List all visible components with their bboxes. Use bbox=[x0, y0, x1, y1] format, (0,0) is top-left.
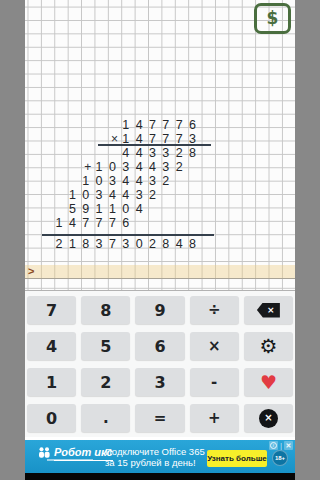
grid-digit: 1 bbox=[119, 118, 132, 132]
key-multiply[interactable]: × bbox=[190, 332, 239, 360]
grid-digit: 4 bbox=[119, 188, 132, 202]
grid-digit: 3 bbox=[92, 237, 105, 251]
grid-digit: 0 bbox=[79, 188, 92, 202]
grid-digit: 9 bbox=[79, 202, 92, 216]
close-ad-icon: ✕ bbox=[286, 442, 292, 449]
grid-digit: 2 bbox=[52, 237, 65, 251]
donate-money-button[interactable]: $ bbox=[254, 3, 291, 34]
grid-digit: 4 bbox=[132, 160, 145, 174]
result-underline bbox=[42, 234, 214, 236]
grid-digit: 4 bbox=[132, 202, 145, 216]
grid-digit: 1 bbox=[66, 188, 79, 202]
key-2[interactable]: 2 bbox=[81, 368, 130, 396]
grid-digit: 8 bbox=[186, 146, 199, 160]
grid-digit: 8 bbox=[159, 237, 172, 251]
grid-digit: 5 bbox=[66, 202, 79, 216]
grid-digit: 6 bbox=[119, 216, 132, 230]
ad-headline: Подключите Office 365 за 15 рублей в ден… bbox=[105, 446, 205, 468]
grid-digit: 3 bbox=[106, 174, 119, 188]
ad-corner-controls: i | ✕ bbox=[269, 441, 293, 450]
key-4[interactable]: 4 bbox=[27, 332, 76, 360]
ad-headline-line2: за 15 рублей в день! bbox=[105, 457, 205, 468]
grid-digit: 8 bbox=[79, 237, 92, 251]
people-icon bbox=[38, 447, 51, 458]
key-plus[interactable]: + bbox=[190, 404, 239, 432]
grid-digit: 4 bbox=[132, 118, 145, 132]
grid-digit: 7 bbox=[106, 237, 119, 251]
grid-digit: 3 bbox=[119, 237, 132, 251]
key-8[interactable]: 8 bbox=[81, 296, 130, 324]
heart-icon: ♥ bbox=[260, 373, 277, 392]
grid-digit: 7 bbox=[92, 216, 105, 230]
prompt-arrow: > bbox=[28, 266, 34, 277]
grid-digit: 3 bbox=[132, 188, 145, 202]
ad-close-button[interactable]: ✕ bbox=[284, 441, 293, 450]
expression-input-line[interactable]: > bbox=[25, 265, 295, 279]
ad-cta-button[interactable]: Узнать больше bbox=[207, 450, 267, 467]
key-1[interactable]: 1 bbox=[27, 368, 76, 396]
grid-digit: 2 bbox=[173, 146, 186, 160]
key-minus[interactable]: - bbox=[190, 368, 239, 396]
ad-info-button[interactable]: i bbox=[269, 441, 278, 450]
key-equals[interactable]: = bbox=[135, 404, 184, 432]
key-backspace[interactable]: × bbox=[244, 296, 293, 324]
key-9[interactable]: 9 bbox=[135, 296, 184, 324]
grid-digit: 4 bbox=[106, 188, 119, 202]
age-badge: 18+ bbox=[272, 450, 288, 466]
grid-digit: 7 bbox=[146, 118, 159, 132]
grid-digit: 0 bbox=[106, 160, 119, 174]
grid-digit: 3 bbox=[92, 188, 105, 202]
grid-digit: 3 bbox=[146, 146, 159, 160]
key-divide[interactable]: ÷ bbox=[190, 296, 239, 324]
ad-brand-subtext bbox=[47, 459, 93, 461]
grid-digit: 0 bbox=[92, 174, 105, 188]
grid-digit: 4 bbox=[173, 237, 186, 251]
chip-divider: | bbox=[280, 442, 282, 450]
grid-digit: 7 bbox=[159, 118, 172, 132]
ad-headline-line1: Подключите Office 365 bbox=[105, 446, 205, 457]
grid-digit: 8 bbox=[186, 237, 199, 251]
grid-digit: 1 bbox=[106, 202, 119, 216]
dollar-icon: $ bbox=[267, 10, 279, 27]
grid-digit: 3 bbox=[146, 174, 159, 188]
grid-digit: 7 bbox=[106, 216, 119, 230]
grid-digit: 4 bbox=[119, 146, 132, 160]
key-close[interactable]: × bbox=[244, 404, 293, 432]
multiplier-underline bbox=[98, 144, 211, 146]
backspace-icon: × bbox=[257, 303, 280, 318]
system-nav-bar bbox=[25, 473, 295, 480]
grid-digit: 4 bbox=[132, 146, 145, 160]
grid-digit: 2 bbox=[173, 160, 186, 174]
key-6[interactable]: 6 bbox=[135, 332, 184, 360]
grid-digit: 1 bbox=[66, 237, 79, 251]
grid-digit: 3 bbox=[159, 146, 172, 160]
grid-digit: 0 bbox=[119, 202, 132, 216]
keypad: 789÷×456×⚙123-♥0.=+× bbox=[25, 291, 295, 437]
grid-digit: 7 bbox=[79, 216, 92, 230]
key-favorite[interactable]: ♥ bbox=[244, 368, 293, 396]
grid-digit: 0 bbox=[132, 237, 145, 251]
key-dot[interactable]: . bbox=[81, 404, 130, 432]
grid-digit: 1 bbox=[52, 216, 65, 230]
grid-digit: 3 bbox=[119, 160, 132, 174]
grid-digit: 1 bbox=[79, 174, 92, 188]
close-icon: × bbox=[259, 409, 278, 428]
grid-digit: 4 bbox=[146, 160, 159, 174]
grid-digit: 3 bbox=[159, 160, 172, 174]
ad-banner[interactable]: Робот икс Подключите Office 365 за 15 ру… bbox=[25, 440, 295, 473]
grid-digit: 7 bbox=[173, 118, 186, 132]
key-settings[interactable]: ⚙ bbox=[244, 332, 293, 360]
grid-digit: 4 bbox=[66, 216, 79, 230]
key-3[interactable]: 3 bbox=[135, 368, 184, 396]
grid-digit: 4 bbox=[132, 174, 145, 188]
grid-digit: 4 bbox=[119, 174, 132, 188]
grid-digit: 1 bbox=[92, 202, 105, 216]
grid-digit: 2 bbox=[146, 188, 159, 202]
grid-digit: 2 bbox=[159, 174, 172, 188]
key-0[interactable]: 0 bbox=[27, 404, 76, 432]
key-7[interactable]: 7 bbox=[27, 296, 76, 324]
key-5[interactable]: 5 bbox=[81, 332, 130, 360]
grid-digit: 2 bbox=[146, 237, 159, 251]
grid-digit: 6 bbox=[186, 118, 199, 132]
worksheet-paper: $ 147776×147773443328+103443210344321034… bbox=[25, 0, 295, 291]
app-screen: $ 147776×147773443328+103443210344321034… bbox=[25, 0, 295, 480]
info-icon: i bbox=[270, 442, 277, 449]
grid-digit: 1 bbox=[92, 160, 105, 174]
gear-icon: ⚙ bbox=[259, 336, 277, 356]
